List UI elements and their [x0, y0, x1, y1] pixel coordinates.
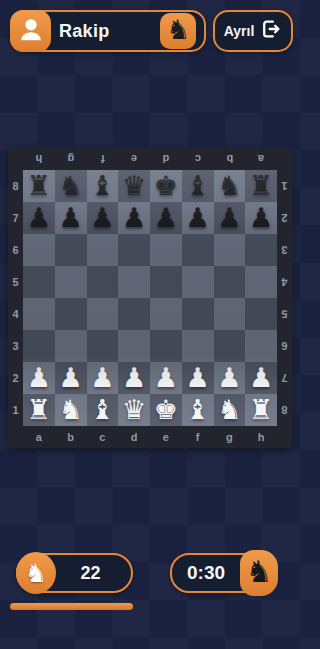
file-label-f: f [182, 426, 214, 448]
file-label-c: c [182, 148, 214, 170]
file-label-d: d [118, 426, 150, 448]
square-b8[interactable]: ♞ [55, 170, 87, 202]
square-a4[interactable] [23, 298, 55, 330]
square-h2[interactable]: ♟ [245, 362, 277, 394]
square-c4[interactable] [87, 298, 119, 330]
square-a6[interactable] [23, 234, 55, 266]
opponent-avatar [10, 10, 51, 52]
black-bishop-piece: ♝ [90, 173, 114, 200]
square-d7[interactable]: ♟ [118, 202, 150, 234]
square-d1[interactable]: ♛ [118, 394, 150, 426]
square-f8[interactable]: ♝ [182, 170, 214, 202]
square-h7[interactable]: ♟ [245, 202, 277, 234]
black-pawn-piece: ♟ [59, 205, 83, 232]
black-knight-piece: ♞ [217, 173, 241, 200]
player-color-badge: ♞ [16, 552, 56, 594]
black-pawn-piece: ♟ [217, 205, 241, 232]
rank-label-6: 6 [8, 234, 23, 266]
board-squares: ♜♞♝♛♚♝♞♜♟♟♟♟♟♟♟♟♟♟♟♟♟♟♟♟♜♞♝♛♚♝♞♜ [23, 170, 277, 426]
white-pawn-piece: ♟ [249, 365, 273, 392]
rank-label-5: 5 [277, 298, 292, 330]
rank-label-4: 4 [277, 266, 292, 298]
square-a8[interactable]: ♜ [23, 170, 55, 202]
white-pawn-piece: ♟ [122, 365, 146, 392]
square-c2[interactable]: ♟ [87, 362, 119, 394]
square-e7[interactable]: ♟ [150, 202, 182, 234]
black-pawn-piece: ♟ [186, 205, 210, 232]
black-rook-piece: ♜ [27, 173, 51, 200]
square-d3[interactable] [118, 330, 150, 362]
white-knight-icon: ♞ [25, 561, 47, 586]
timer-color-badge: ♞ [240, 550, 278, 596]
square-f7[interactable]: ♟ [182, 202, 214, 234]
rank-label-3: 3 [8, 330, 23, 362]
rank-label-2: 2 [8, 362, 23, 394]
black-knight-icon: ♞ [166, 17, 190, 44]
square-e3[interactable] [150, 330, 182, 362]
square-f6[interactable] [182, 234, 214, 266]
white-queen-piece: ♛ [122, 397, 146, 424]
file-label-g: g [214, 426, 246, 448]
white-knight-piece: ♞ [217, 397, 241, 424]
square-h8[interactable]: ♜ [245, 170, 277, 202]
file-label-b: b [214, 148, 246, 170]
square-a5[interactable] [23, 266, 55, 298]
black-pawn-piece: ♟ [122, 205, 146, 232]
leave-button[interactable]: Ayrıl [213, 10, 293, 52]
square-g1[interactable]: ♞ [214, 394, 246, 426]
square-h4[interactable] [245, 298, 277, 330]
rank-labels-right: 12345678 [277, 170, 292, 426]
rank-label-1: 1 [277, 170, 292, 202]
square-b5[interactable] [55, 266, 87, 298]
white-pawn-piece: ♟ [154, 365, 178, 392]
file-labels-bottom: abcdefgh [8, 426, 292, 448]
square-a2[interactable]: ♟ [23, 362, 55, 394]
square-c1[interactable]: ♝ [87, 394, 119, 426]
file-label-c: c [87, 426, 119, 448]
square-a3[interactable] [23, 330, 55, 362]
exit-icon [260, 18, 282, 44]
file-label-e: e [118, 148, 150, 170]
black-king-piece: ♚ [154, 173, 178, 200]
square-f5[interactable] [182, 266, 214, 298]
square-c6[interactable] [87, 234, 119, 266]
file-labels-top: hgfedcba [8, 148, 292, 170]
leave-button-label: Ayrıl [224, 23, 255, 39]
square-e5[interactable] [150, 266, 182, 298]
square-e2[interactable]: ♟ [150, 362, 182, 394]
opponent-color-badge: ♞ [160, 13, 196, 49]
person-icon [16, 14, 46, 48]
timer-value: 0:30 [172, 562, 240, 584]
square-g7[interactable]: ♟ [214, 202, 246, 234]
white-pawn-piece: ♟ [27, 365, 51, 392]
square-b6[interactable] [55, 234, 87, 266]
square-d4[interactable] [118, 298, 150, 330]
white-rook-piece: ♜ [27, 397, 51, 424]
rank-label-8: 8 [8, 170, 23, 202]
black-queen-piece: ♛ [122, 173, 146, 200]
square-f3[interactable] [182, 330, 214, 362]
white-rook-piece: ♜ [249, 397, 273, 424]
rank-labels-left: 87654321 [8, 170, 23, 426]
square-f1[interactable]: ♝ [182, 394, 214, 426]
rank-label-7: 7 [277, 362, 292, 394]
square-e4[interactable] [150, 298, 182, 330]
rank-label-7: 7 [8, 202, 23, 234]
file-label-f: f [87, 148, 119, 170]
black-knight-icon: ♞ [246, 557, 273, 587]
square-d2[interactable]: ♟ [118, 362, 150, 394]
file-label-h: h [23, 148, 55, 170]
black-pawn-piece: ♟ [249, 205, 273, 232]
square-h6[interactable] [245, 234, 277, 266]
white-pawn-piece: ♟ [217, 365, 241, 392]
square-b1[interactable]: ♞ [55, 394, 87, 426]
square-b4[interactable] [55, 298, 87, 330]
square-g5[interactable] [214, 266, 246, 298]
square-c7[interactable]: ♟ [87, 202, 119, 234]
square-a7[interactable]: ♟ [23, 202, 55, 234]
square-e8[interactable]: ♚ [150, 170, 182, 202]
square-g2[interactable]: ♟ [214, 362, 246, 394]
square-b7[interactable]: ♟ [55, 202, 87, 234]
file-label-a: a [23, 426, 55, 448]
rank-label-8: 8 [277, 394, 292, 426]
black-bishop-piece: ♝ [186, 173, 210, 200]
square-g3[interactable] [214, 330, 246, 362]
square-h1[interactable]: ♜ [245, 394, 277, 426]
square-g8[interactable]: ♞ [214, 170, 246, 202]
square-b3[interactable] [55, 330, 87, 362]
square-e1[interactable]: ♚ [150, 394, 182, 426]
active-turn-underline [10, 603, 133, 610]
square-b2[interactable]: ♟ [55, 362, 87, 394]
player-score-pill: ♞ 22 [16, 553, 133, 593]
black-pawn-piece: ♟ [154, 205, 178, 232]
opponent-timer-pill: 0:30 ♞ [170, 553, 277, 593]
square-c8[interactable]: ♝ [87, 170, 119, 202]
white-bishop-piece: ♝ [186, 397, 210, 424]
file-label-b: b [55, 426, 87, 448]
rank-label-6: 6 [277, 330, 292, 362]
square-f4[interactable] [182, 298, 214, 330]
square-g4[interactable] [214, 298, 246, 330]
white-pawn-piece: ♟ [186, 365, 210, 392]
square-g6[interactable] [214, 234, 246, 266]
black-pawn-piece: ♟ [90, 205, 114, 232]
square-d5[interactable] [118, 266, 150, 298]
white-pawn-piece: ♟ [90, 365, 114, 392]
white-pawn-piece: ♟ [59, 365, 83, 392]
square-c3[interactable] [87, 330, 119, 362]
file-label-a: a [245, 148, 277, 170]
square-d6[interactable] [118, 234, 150, 266]
square-e6[interactable] [150, 234, 182, 266]
rank-label-2: 2 [277, 202, 292, 234]
white-king-piece: ♚ [154, 397, 178, 424]
square-d8[interactable]: ♛ [118, 170, 150, 202]
white-knight-piece: ♞ [59, 397, 83, 424]
square-h5[interactable] [245, 266, 277, 298]
black-rook-piece: ♜ [249, 173, 273, 200]
chess-board: hgfedcba 87654321 ♜♞♝♛♚♝♞♜♟♟♟♟♟♟♟♟♟♟♟♟♟♟… [8, 148, 292, 448]
rank-label-3: 3 [277, 234, 292, 266]
square-f2[interactable]: ♟ [182, 362, 214, 394]
white-bishop-piece: ♝ [90, 397, 114, 424]
black-pawn-piece: ♟ [27, 205, 51, 232]
black-knight-piece: ♞ [59, 173, 83, 200]
rank-label-5: 5 [8, 266, 23, 298]
file-label-d: d [150, 148, 182, 170]
opponent-name: Rakip [59, 21, 160, 42]
file-label-e: e [150, 426, 182, 448]
file-label-h: h [245, 426, 277, 448]
square-c5[interactable] [87, 266, 119, 298]
rank-label-4: 4 [8, 298, 23, 330]
rank-label-1: 1 [8, 394, 23, 426]
opponent-info-pill: Rakip ♞ [10, 10, 206, 52]
file-label-g: g [55, 148, 87, 170]
square-h3[interactable] [245, 330, 277, 362]
player-score-value: 22 [56, 563, 125, 584]
square-a1[interactable]: ♜ [23, 394, 55, 426]
